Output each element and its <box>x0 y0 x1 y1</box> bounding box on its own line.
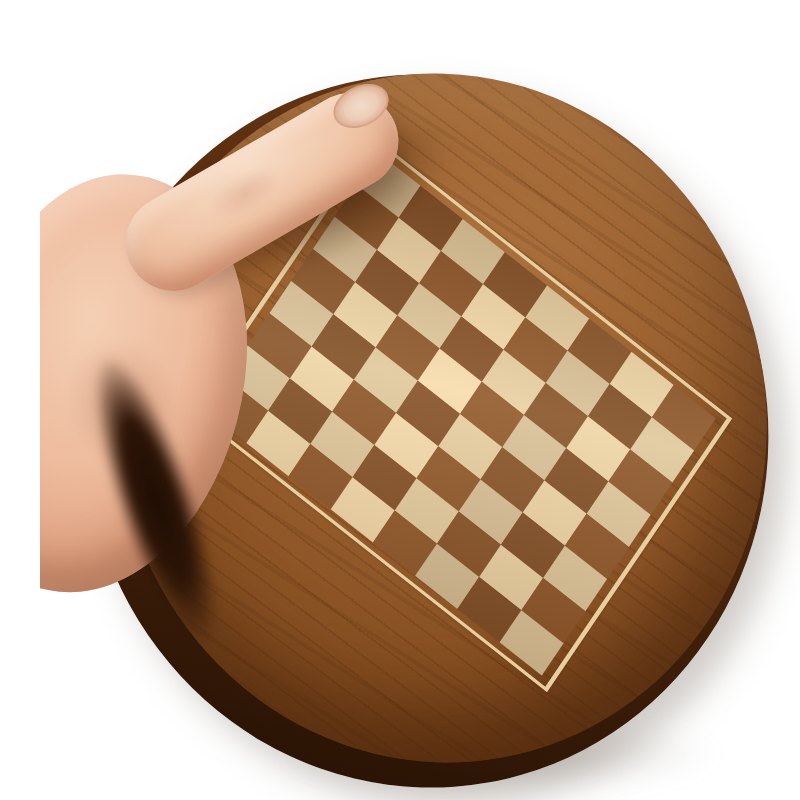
product-photo-round-chess-board: A hand holding a small round wooden magn… <box>40 16 800 800</box>
